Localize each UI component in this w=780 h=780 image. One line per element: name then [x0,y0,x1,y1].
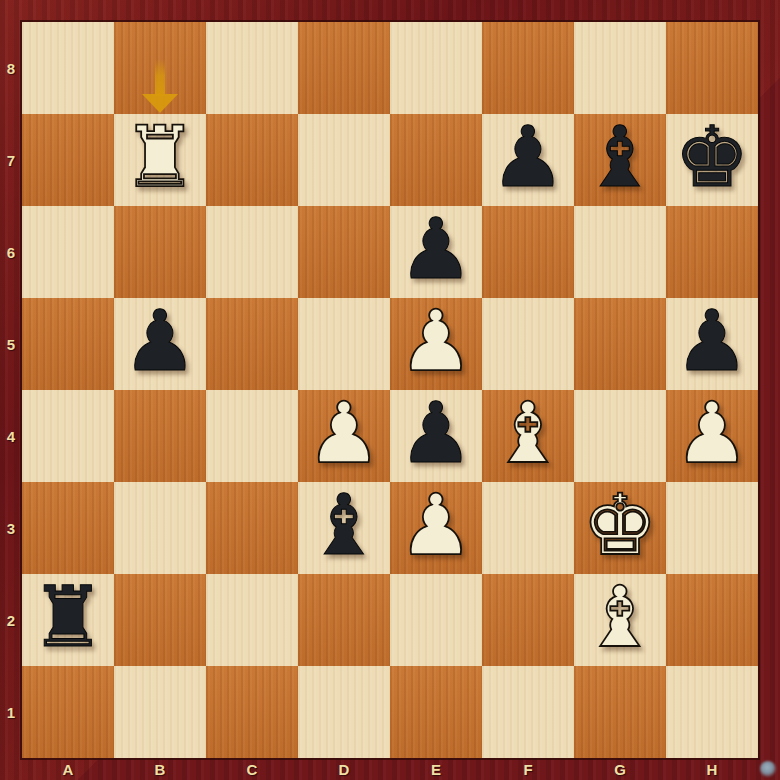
square-e1[interactable] [390,666,482,758]
square-b7[interactable]: ♜ [114,114,206,206]
square-c1[interactable] [206,666,298,758]
square-d7[interactable] [298,114,390,206]
piece-black-bishop-g7[interactable]: ♝ [582,115,657,199]
square-h6[interactable] [666,206,758,298]
piece-black-pawn-e4[interactable]: ♟ [398,391,473,475]
square-f3[interactable] [482,482,574,574]
corner-dot [760,761,776,777]
rank-label-8: 8 [0,22,22,114]
square-f7[interactable]: ♟ [482,114,574,206]
piece-white-bishop-f4[interactable]: ♝ [490,391,565,475]
piece-black-king-h7[interactable]: ♚ [674,115,749,199]
rank-label-2: 2 [0,574,22,666]
file-label-d: D [298,758,390,780]
square-c2[interactable] [206,574,298,666]
piece-white-pawn-e5[interactable]: ♟ [398,299,473,383]
square-d5[interactable] [298,298,390,390]
piece-white-rook-b7[interactable]: ♜ [122,115,197,199]
square-d6[interactable] [298,206,390,298]
rank-label-7: 7 [0,114,22,206]
square-b2[interactable] [114,574,206,666]
square-e4[interactable]: ♟ [390,390,482,482]
square-f4[interactable]: ♝ [482,390,574,482]
square-a7[interactable] [22,114,114,206]
square-d3[interactable]: ♝ [298,482,390,574]
square-e5[interactable]: ♟ [390,298,482,390]
piece-white-bishop-g2[interactable]: ♝ [582,575,657,659]
move-arrow-down-icon [114,22,206,114]
square-f1[interactable] [482,666,574,758]
square-g5[interactable] [574,298,666,390]
square-c7[interactable] [206,114,298,206]
square-b1[interactable] [114,666,206,758]
square-f2[interactable] [482,574,574,666]
square-h5[interactable]: ♟ [666,298,758,390]
square-c3[interactable] [206,482,298,574]
square-c8[interactable] [206,22,298,114]
square-a1[interactable] [22,666,114,758]
square-h7[interactable]: ♚ [666,114,758,206]
chessboard: ♜♟♝♚♟♟♟♟♟♟♝♟♝♟♚♜♝ [22,22,758,758]
square-e6[interactable]: ♟ [390,206,482,298]
square-b5[interactable]: ♟ [114,298,206,390]
piece-black-bishop-d3[interactable]: ♝ [306,483,381,567]
square-g2[interactable]: ♝ [574,574,666,666]
square-f6[interactable] [482,206,574,298]
square-g7[interactable]: ♝ [574,114,666,206]
piece-black-pawn-b5[interactable]: ♟ [122,299,197,383]
square-h1[interactable] [666,666,758,758]
square-e8[interactable] [390,22,482,114]
piece-white-king-g3[interactable]: ♚ [582,483,657,567]
square-e2[interactable] [390,574,482,666]
square-h4[interactable]: ♟ [666,390,758,482]
file-label-h: H [666,758,758,780]
file-label-a: A [22,758,114,780]
square-d1[interactable] [298,666,390,758]
square-e3[interactable]: ♟ [390,482,482,574]
square-d8[interactable] [298,22,390,114]
square-d2[interactable] [298,574,390,666]
chessboard-frame: ♜♟♝♚♟♟♟♟♟♟♝♟♝♟♚♜♝ 87654321 ABCDEFGH [0,0,780,780]
rank-label-5: 5 [0,298,22,390]
piece-black-pawn-e6[interactable]: ♟ [398,207,473,291]
file-label-c: C [206,758,298,780]
square-a8[interactable] [22,22,114,114]
square-e7[interactable] [390,114,482,206]
square-g1[interactable] [574,666,666,758]
square-a5[interactable] [22,298,114,390]
square-g6[interactable] [574,206,666,298]
square-h8[interactable] [666,22,758,114]
square-g3[interactable]: ♚ [574,482,666,574]
square-c6[interactable] [206,206,298,298]
file-label-g: G [574,758,666,780]
square-g4[interactable] [574,390,666,482]
square-b6[interactable] [114,206,206,298]
file-label-f: F [482,758,574,780]
rank-label-1: 1 [0,666,22,758]
square-b8[interactable] [114,22,206,114]
piece-black-pawn-f7[interactable]: ♟ [490,115,565,199]
square-d4[interactable]: ♟ [298,390,390,482]
square-f5[interactable] [482,298,574,390]
square-b3[interactable] [114,482,206,574]
square-h2[interactable] [666,574,758,666]
piece-white-pawn-e3[interactable]: ♟ [398,483,473,567]
rank-label-3: 3 [0,482,22,574]
square-b4[interactable] [114,390,206,482]
square-a2[interactable]: ♜ [22,574,114,666]
square-g8[interactable] [574,22,666,114]
piece-white-pawn-h4[interactable]: ♟ [674,391,749,475]
file-label-b: B [114,758,206,780]
rank-label-6: 6 [0,206,22,298]
square-a4[interactable] [22,390,114,482]
rank-label-4: 4 [0,390,22,482]
piece-white-pawn-d4[interactable]: ♟ [306,391,381,475]
piece-black-pawn-h5[interactable]: ♟ [674,299,749,383]
square-c5[interactable] [206,298,298,390]
piece-black-rook-a2[interactable]: ♜ [30,575,105,659]
square-a6[interactable] [22,206,114,298]
square-a3[interactable] [22,482,114,574]
square-c4[interactable] [206,390,298,482]
square-f8[interactable] [482,22,574,114]
file-label-e: E [390,758,482,780]
square-h3[interactable] [666,482,758,574]
